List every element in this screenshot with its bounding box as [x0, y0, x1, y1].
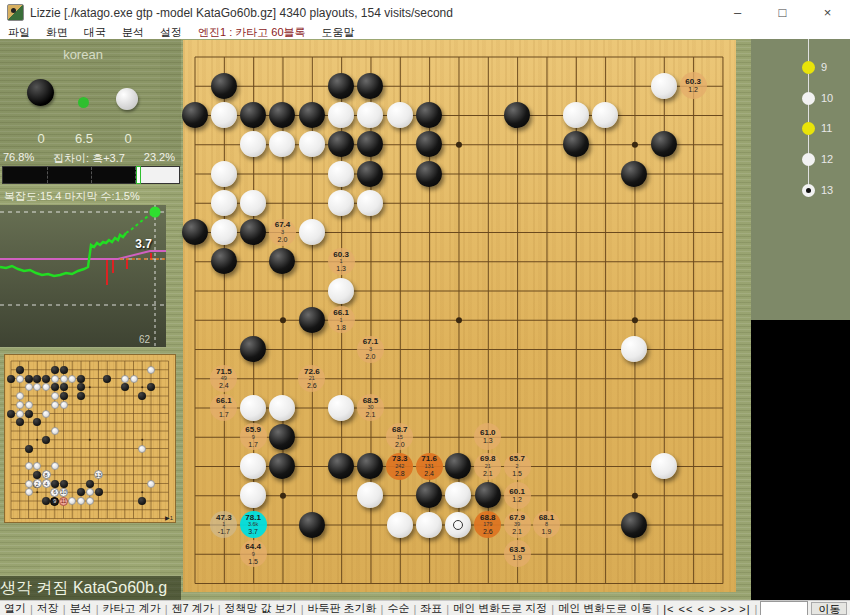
board-cell[interactable]: 64.491.5 — [239, 539, 268, 568]
board-cell[interactable] — [239, 130, 268, 159]
board-cell[interactable] — [503, 422, 532, 451]
board-cell[interactable] — [649, 130, 678, 159]
board-cell[interactable] — [444, 276, 473, 305]
board-cell[interactable] — [239, 42, 268, 71]
board-cell[interactable] — [268, 247, 297, 276]
board-cell[interactable]: 66.111.8 — [327, 305, 356, 334]
board-cell[interactable] — [180, 364, 209, 393]
board-cell[interactable] — [385, 71, 414, 100]
board-cell[interactable] — [591, 393, 620, 422]
board-cell[interactable] — [180, 218, 209, 247]
board-cell[interactable] — [268, 305, 297, 334]
board-cell[interactable] — [444, 422, 473, 451]
board-cell[interactable] — [385, 539, 414, 568]
board-cell[interactable] — [268, 452, 297, 481]
board-cell[interactable] — [679, 364, 708, 393]
board-cell[interactable] — [327, 422, 356, 451]
board-cell[interactable] — [444, 364, 473, 393]
board-cell[interactable] — [297, 247, 326, 276]
menu-item-4[interactable]: 설정 — [152, 25, 190, 40]
board-cell[interactable] — [209, 188, 238, 217]
board-cell[interactable] — [649, 276, 678, 305]
board-cell[interactable] — [385, 42, 414, 71]
board-cell[interactable] — [503, 218, 532, 247]
toolbar-button-4[interactable]: 젠7 계가 — [168, 601, 218, 615]
board-cell[interactable] — [679, 422, 708, 451]
board-cell[interactable] — [180, 539, 209, 568]
board-cell[interactable] — [415, 481, 444, 510]
toolbar-button-1[interactable]: 저장 — [33, 601, 63, 615]
board-cell[interactable]: 60.311.3 — [327, 247, 356, 276]
menu-item-help[interactable]: 도움말 — [314, 25, 363, 40]
board-cell[interactable] — [209, 422, 238, 451]
board-cell[interactable] — [561, 71, 590, 100]
board-cell[interactable] — [649, 247, 678, 276]
board-cell[interactable] — [708, 481, 737, 510]
board-cell[interactable] — [503, 569, 532, 598]
toolbar-button-5[interactable]: 정책망 값 보기 — [221, 601, 301, 615]
board-cell[interactable] — [649, 569, 678, 598]
board-cell[interactable] — [268, 393, 297, 422]
board-cell[interactable] — [532, 569, 561, 598]
board-cell[interactable] — [239, 276, 268, 305]
board-cell[interactable] — [180, 188, 209, 217]
board-cell[interactable] — [297, 510, 326, 539]
board-cell[interactable] — [415, 247, 444, 276]
board-cell[interactable] — [415, 393, 444, 422]
board-cell[interactable] — [209, 42, 238, 71]
board-cell[interactable]: 66.141.7 — [209, 393, 238, 422]
board-cell[interactable] — [473, 247, 502, 276]
board-cell[interactable] — [591, 276, 620, 305]
board-cell[interactable] — [649, 510, 678, 539]
menu-item-2[interactable]: 대국 — [76, 25, 114, 40]
toolbar-button-6[interactable]: 바둑판 초기화 — [304, 601, 381, 615]
board-cell[interactable] — [649, 305, 678, 334]
candidate-move[interactable]: 60.31.2 — [680, 72, 707, 99]
board-cell[interactable] — [444, 159, 473, 188]
board-cell[interactable] — [620, 188, 649, 217]
board-cell[interactable] — [268, 481, 297, 510]
board-cell[interactable] — [561, 364, 590, 393]
board-cell[interactable] — [679, 335, 708, 364]
goban[interactable]: 60.31.267.432.060.311.366.111.867.132.07… — [183, 40, 736, 592]
board-cell[interactable] — [591, 510, 620, 539]
board-cell[interactable] — [620, 481, 649, 510]
board-cell[interactable] — [209, 247, 238, 276]
board-cell[interactable] — [708, 393, 737, 422]
board-cell[interactable] — [708, 42, 737, 71]
board-cell[interactable] — [708, 247, 737, 276]
board-cell[interactable] — [649, 481, 678, 510]
board-cell[interactable] — [297, 452, 326, 481]
toolbar-button-9[interactable]: 메인 변화도로 지정 — [449, 601, 551, 615]
toolbar-button-0[interactable]: 열기 — [0, 601, 30, 615]
board-cell[interactable] — [561, 393, 590, 422]
move-tree-panel[interactable]: 910111213 — [751, 39, 850, 320]
board-cell[interactable] — [180, 276, 209, 305]
board-cell[interactable] — [591, 130, 620, 159]
board-cell[interactable] — [239, 452, 268, 481]
board-cell[interactable] — [180, 481, 209, 510]
board-cell[interactable] — [327, 569, 356, 598]
board-cell[interactable] — [268, 159, 297, 188]
board-cell[interactable] — [327, 335, 356, 364]
board-cell[interactable] — [209, 335, 238, 364]
board-cell[interactable] — [180, 130, 209, 159]
board-cell[interactable] — [356, 101, 385, 130]
board-cell[interactable] — [180, 452, 209, 481]
board-cell[interactable] — [679, 305, 708, 334]
board-cell[interactable] — [180, 569, 209, 598]
board-cell[interactable] — [415, 539, 444, 568]
board-cell[interactable] — [239, 159, 268, 188]
board-cell[interactable] — [327, 276, 356, 305]
board-cell[interactable] — [532, 42, 561, 71]
board-cell[interactable] — [297, 539, 326, 568]
board-cell[interactable] — [591, 452, 620, 481]
board-cell[interactable] — [708, 276, 737, 305]
board-cell[interactable] — [356, 452, 385, 481]
board-cell[interactable] — [327, 159, 356, 188]
board-cell[interactable] — [385, 188, 414, 217]
candidate-move[interactable]: 60.311.3 — [328, 248, 355, 275]
board-cell[interactable] — [209, 452, 238, 481]
board-cell[interactable] — [708, 452, 737, 481]
board-cell[interactable] — [473, 539, 502, 568]
board-cell[interactable] — [297, 481, 326, 510]
candidate-move[interactable]: 65.721.5 — [504, 453, 531, 480]
toolbar-button-10[interactable]: 메인 변화도로 이동 — [554, 601, 656, 615]
board-cell[interactable]: 68.81792.6 — [473, 510, 502, 539]
board-cell[interactable] — [444, 510, 473, 539]
board-cell[interactable] — [649, 452, 678, 481]
board-cell[interactable] — [180, 42, 209, 71]
board-cell[interactable] — [620, 276, 649, 305]
board-cell[interactable] — [239, 71, 268, 100]
tree-node-12[interactable] — [802, 153, 815, 166]
board-cell[interactable] — [444, 452, 473, 481]
board-cell[interactable] — [356, 71, 385, 100]
board-cell[interactable] — [503, 305, 532, 334]
board-cell[interactable] — [620, 539, 649, 568]
board-cell[interactable] — [532, 247, 561, 276]
board-cell[interactable] — [561, 159, 590, 188]
board-cell[interactable] — [591, 42, 620, 71]
board-cell[interactable] — [356, 422, 385, 451]
board-cell[interactable] — [591, 305, 620, 334]
board-cell[interactable] — [561, 539, 590, 568]
board-cell[interactable] — [180, 335, 209, 364]
board-cell[interactable] — [649, 422, 678, 451]
board-cell[interactable] — [415, 188, 444, 217]
board-cell[interactable] — [679, 159, 708, 188]
board-cell[interactable] — [239, 101, 268, 130]
board-cell[interactable] — [649, 539, 678, 568]
board-cell[interactable] — [415, 335, 444, 364]
board-cell[interactable] — [591, 71, 620, 100]
board-cell[interactable] — [356, 481, 385, 510]
board-cell[interactable] — [444, 42, 473, 71]
board-cell[interactable] — [356, 364, 385, 393]
board-cell[interactable] — [473, 364, 502, 393]
board-cell[interactable] — [356, 510, 385, 539]
board-cell[interactable] — [649, 218, 678, 247]
board-cell[interactable] — [561, 42, 590, 71]
board-cell[interactable] — [649, 42, 678, 71]
board-cell[interactable] — [209, 130, 238, 159]
board-cell[interactable] — [356, 218, 385, 247]
board-cell[interactable] — [327, 130, 356, 159]
board-cell[interactable] — [297, 101, 326, 130]
board-cell[interactable] — [327, 218, 356, 247]
board-cell[interactable] — [385, 364, 414, 393]
board-cell[interactable] — [180, 510, 209, 539]
board-cell[interactable] — [356, 42, 385, 71]
candidate-move[interactable]: 68.181.9 — [533, 511, 560, 538]
board-cell[interactable] — [679, 393, 708, 422]
board-cell[interactable] — [356, 539, 385, 568]
move-number-input[interactable] — [760, 601, 808, 615]
board-cell[interactable] — [327, 393, 356, 422]
board-cell[interactable] — [180, 159, 209, 188]
board-cell[interactable] — [679, 247, 708, 276]
board-cell[interactable]: 47.31-1.7 — [209, 510, 238, 539]
board-cell[interactable] — [385, 101, 414, 130]
toolbar-button-2[interactable]: 분석 — [66, 601, 96, 615]
board-cell[interactable] — [561, 422, 590, 451]
board-cell[interactable] — [679, 130, 708, 159]
board-cell[interactable] — [444, 569, 473, 598]
board-cell[interactable] — [327, 364, 356, 393]
close-button[interactable]: × — [805, 0, 850, 25]
board-cell[interactable] — [327, 101, 356, 130]
board-cell[interactable] — [297, 42, 326, 71]
board-cell[interactable] — [679, 510, 708, 539]
board-cell[interactable] — [532, 364, 561, 393]
board-cell[interactable] — [649, 188, 678, 217]
board-cell[interactable] — [473, 393, 502, 422]
candidate-move[interactable]: 65.991.7 — [240, 423, 267, 450]
board-cell[interactable] — [239, 188, 268, 217]
board-cell[interactable]: 65.991.7 — [239, 422, 268, 451]
board-cell[interactable] — [708, 569, 737, 598]
board-cell[interactable] — [708, 335, 737, 364]
board-cell[interactable] — [532, 71, 561, 100]
board-cell[interactable] — [473, 188, 502, 217]
board-cell[interactable] — [209, 569, 238, 598]
board-cell[interactable] — [356, 276, 385, 305]
minimize-button[interactable]: – — [715, 0, 760, 25]
board-cell[interactable] — [708, 159, 737, 188]
toolbar-navigation-buttons[interactable]: |< << < > >> >| — [659, 603, 754, 615]
candidate-move[interactable]: 47.31-1.7 — [210, 511, 237, 538]
board-cell[interactable] — [209, 159, 238, 188]
candidate-move[interactable]: 63.51.9 — [504, 540, 531, 567]
board-cell[interactable] — [532, 218, 561, 247]
board-cell[interactable] — [503, 101, 532, 130]
board-cell[interactable] — [561, 188, 590, 217]
board-cell[interactable] — [620, 364, 649, 393]
board-cell[interactable] — [561, 247, 590, 276]
tree-node-9[interactable] — [802, 61, 815, 74]
board-cell[interactable] — [385, 305, 414, 334]
board-cell[interactable] — [356, 305, 385, 334]
board-cell[interactable] — [708, 71, 737, 100]
board-cell[interactable] — [532, 452, 561, 481]
board-cell[interactable] — [444, 305, 473, 334]
board-cell[interactable] — [679, 101, 708, 130]
board-cell[interactable] — [444, 188, 473, 217]
board-cell[interactable] — [239, 247, 268, 276]
board-cell[interactable] — [473, 42, 502, 71]
board-cell[interactable] — [297, 159, 326, 188]
board-cell[interactable] — [209, 218, 238, 247]
board-cell[interactable] — [708, 130, 737, 159]
board-cell[interactable] — [649, 159, 678, 188]
board-cell[interactable] — [620, 218, 649, 247]
board-cell[interactable] — [503, 130, 532, 159]
menu-item-0[interactable]: 파일 — [0, 25, 38, 40]
board-cell[interactable] — [444, 539, 473, 568]
board-cell[interactable] — [444, 481, 473, 510]
board-cell[interactable]: 67.9392.1 — [503, 510, 532, 539]
board-cell[interactable] — [591, 247, 620, 276]
board-cell[interactable] — [708, 539, 737, 568]
board-cell[interactable] — [679, 276, 708, 305]
board-cell[interactable] — [297, 569, 326, 598]
board-cell[interactable]: 72.6212.6 — [297, 364, 326, 393]
board-cell[interactable] — [561, 510, 590, 539]
board-cell[interactable] — [180, 305, 209, 334]
board-cell[interactable] — [268, 276, 297, 305]
board-cell[interactable] — [268, 130, 297, 159]
board-cell[interactable] — [385, 130, 414, 159]
board-cell[interactable] — [268, 539, 297, 568]
board-cell[interactable] — [708, 364, 737, 393]
board-cell[interactable] — [239, 481, 268, 510]
candidate-move[interactable]: 72.6212.6 — [298, 365, 325, 392]
board-cell[interactable] — [473, 305, 502, 334]
menu-item-engine[interactable]: 엔진1 : 카타고 60블록 — [190, 25, 314, 40]
board-cell[interactable] — [561, 130, 590, 159]
board-cell[interactable] — [268, 42, 297, 71]
candidate-move[interactable]: 68.81792.6 — [474, 511, 501, 538]
board-cell[interactable] — [591, 364, 620, 393]
board-cell[interactable] — [620, 422, 649, 451]
board-cell[interactable] — [268, 101, 297, 130]
board-cell[interactable]: 65.721.5 — [503, 452, 532, 481]
board-cell[interactable] — [473, 130, 502, 159]
board-cell[interactable] — [385, 159, 414, 188]
board-cell[interactable] — [532, 335, 561, 364]
board-cell[interactable] — [385, 335, 414, 364]
board-cell[interactable] — [679, 218, 708, 247]
board-cell[interactable] — [415, 510, 444, 539]
candidate-move[interactable]: 66.141.7 — [210, 394, 237, 421]
board-cell[interactable] — [649, 71, 678, 100]
board-cell[interactable] — [561, 569, 590, 598]
board-cell[interactable] — [561, 276, 590, 305]
board-cell[interactable] — [385, 218, 414, 247]
board-cell[interactable]: 60.31.2 — [679, 71, 708, 100]
board-cell[interactable] — [503, 276, 532, 305]
board-cell[interactable] — [356, 159, 385, 188]
board-cell[interactable] — [503, 71, 532, 100]
board-cell[interactable]: 68.181.9 — [532, 510, 561, 539]
board-cell[interactable] — [268, 510, 297, 539]
board-cell[interactable] — [561, 305, 590, 334]
board-cell[interactable] — [268, 335, 297, 364]
board-cell[interactable] — [620, 335, 649, 364]
board-cell[interactable] — [620, 130, 649, 159]
board-cell[interactable] — [209, 305, 238, 334]
board-cell[interactable] — [503, 188, 532, 217]
board-cell[interactable] — [415, 364, 444, 393]
board-cell[interactable] — [503, 247, 532, 276]
board-cell[interactable] — [679, 539, 708, 568]
board-cell[interactable] — [180, 247, 209, 276]
board-cell[interactable] — [209, 539, 238, 568]
board-cell[interactable]: 78.13.6k3.7 — [239, 510, 268, 539]
board-cell[interactable] — [180, 71, 209, 100]
board-cell[interactable] — [561, 452, 590, 481]
candidate-move[interactable]: 71.5492.4 — [210, 365, 237, 392]
board-cell[interactable] — [532, 188, 561, 217]
board-cell[interactable] — [532, 276, 561, 305]
candidate-move[interactable]: 66.111.8 — [328, 306, 355, 333]
board-cell[interactable] — [356, 247, 385, 276]
board-cell[interactable] — [297, 276, 326, 305]
candidate-move[interactable]: 64.491.5 — [240, 540, 267, 567]
board-cell[interactable] — [561, 481, 590, 510]
board-cell[interactable]: 63.51.9 — [503, 539, 532, 568]
board-cell[interactable] — [327, 71, 356, 100]
board-cell[interactable] — [297, 393, 326, 422]
tree-node-11[interactable] — [802, 122, 815, 135]
board-cell[interactable] — [415, 71, 444, 100]
board-cell[interactable] — [532, 539, 561, 568]
maximize-button[interactable]: □ — [760, 0, 805, 25]
board-cell[interactable] — [591, 335, 620, 364]
board-cell[interactable] — [209, 276, 238, 305]
board-cell[interactable] — [297, 218, 326, 247]
board-cell[interactable] — [591, 159, 620, 188]
board-cell[interactable] — [415, 276, 444, 305]
candidate-move[interactable]: 61.01.3 — [474, 423, 501, 450]
board-cell[interactable] — [327, 452, 356, 481]
board-cell[interactable] — [679, 42, 708, 71]
board-cell[interactable] — [297, 305, 326, 334]
board-cell[interactable] — [327, 188, 356, 217]
board-cell[interactable] — [473, 276, 502, 305]
board-cell[interactable] — [532, 481, 561, 510]
board-cell[interactable] — [532, 130, 561, 159]
board-cell[interactable] — [327, 539, 356, 568]
board-cell[interactable] — [620, 393, 649, 422]
board-cell[interactable] — [503, 335, 532, 364]
board-cell[interactable] — [356, 569, 385, 598]
board-cell[interactable]: 71.5492.4 — [209, 364, 238, 393]
board-cell[interactable] — [473, 159, 502, 188]
board-cell[interactable] — [209, 101, 238, 130]
board-cell[interactable] — [444, 335, 473, 364]
board-cell[interactable]: 68.7152.0 — [385, 422, 414, 451]
board-cell[interactable] — [268, 71, 297, 100]
board-cell[interactable] — [591, 569, 620, 598]
board-cell[interactable] — [473, 218, 502, 247]
board-cell[interactable] — [620, 101, 649, 130]
